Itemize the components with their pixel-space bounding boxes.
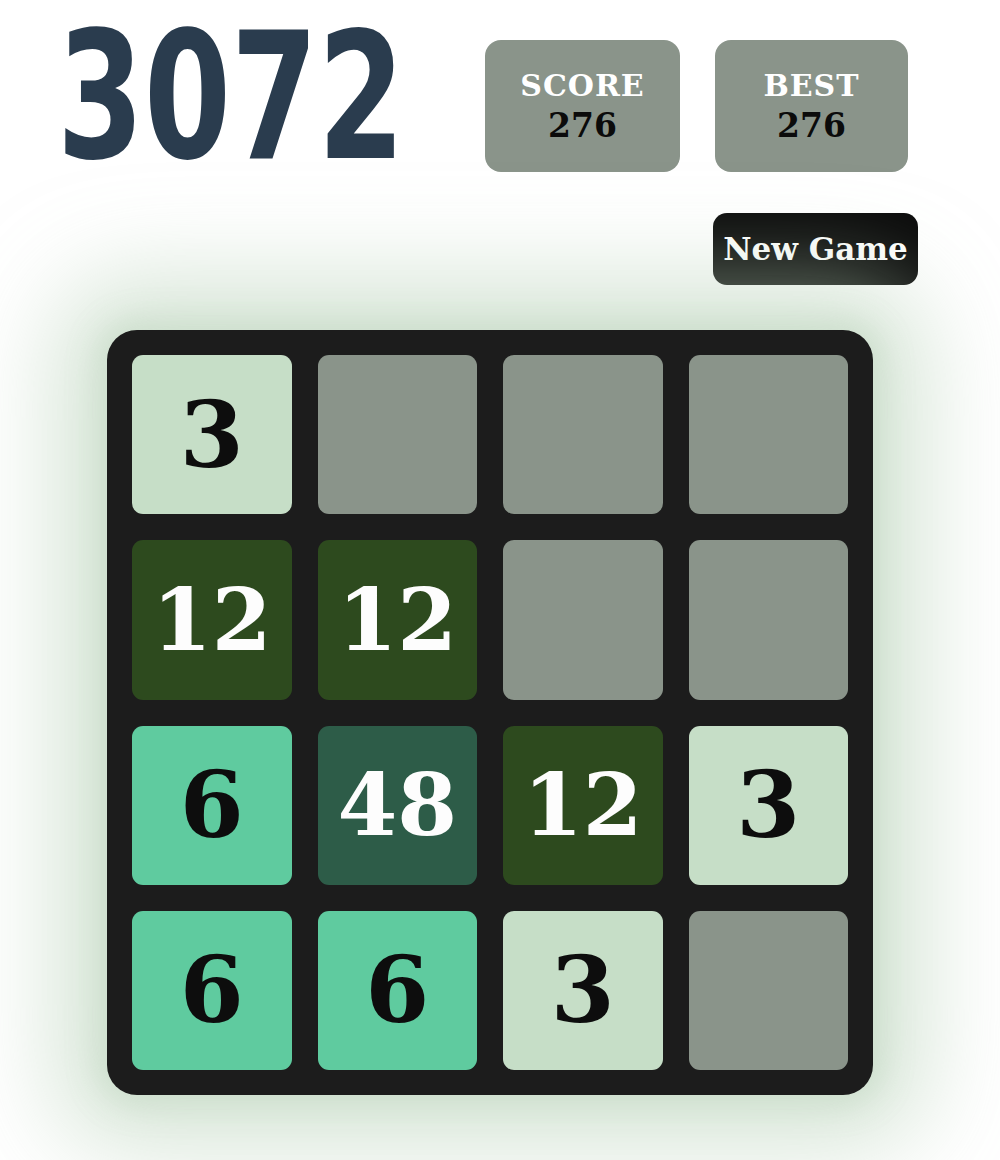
game-board[interactable]: 31212648123663 bbox=[107, 330, 873, 1095]
game-title: 3072 bbox=[57, 33, 405, 163]
tile-6: 6 bbox=[318, 911, 478, 1070]
score-box: SCORE 276 bbox=[485, 40, 680, 172]
tile-6: 6 bbox=[132, 726, 292, 885]
best-value: 276 bbox=[777, 109, 846, 142]
tile-6: 6 bbox=[132, 911, 292, 1070]
tile-48: 48 bbox=[318, 726, 478, 885]
tile-3: 3 bbox=[689, 726, 849, 885]
best-label: BEST bbox=[763, 71, 859, 101]
best-box: BEST 276 bbox=[715, 40, 908, 172]
tile-3: 3 bbox=[132, 355, 292, 514]
tile-12: 12 bbox=[503, 726, 663, 885]
score-label: SCORE bbox=[520, 71, 644, 101]
empty-cell bbox=[318, 355, 478, 514]
empty-cell bbox=[689, 540, 849, 699]
page: 3072 SCORE 276 BEST 276 New Game 3121264… bbox=[0, 0, 1000, 1160]
empty-cell bbox=[689, 911, 849, 1070]
tile-12: 12 bbox=[132, 540, 292, 699]
tile-12: 12 bbox=[318, 540, 478, 699]
new-game-button[interactable]: New Game bbox=[713, 213, 918, 285]
empty-cell bbox=[689, 355, 849, 514]
score-value: 276 bbox=[548, 109, 617, 142]
tile-3: 3 bbox=[503, 911, 663, 1070]
empty-cell bbox=[503, 355, 663, 514]
empty-cell bbox=[503, 540, 663, 699]
